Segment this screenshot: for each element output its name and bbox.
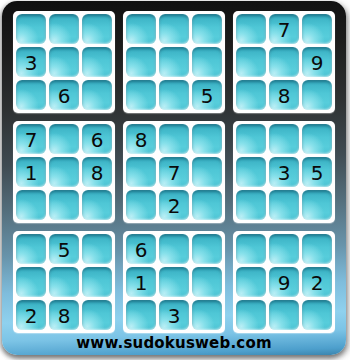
cell-r4c5[interactable] — [159, 124, 189, 154]
cell-r6c8[interactable] — [269, 190, 299, 220]
cell-r9c9[interactable] — [302, 300, 332, 330]
box-1: 36 — [13, 11, 115, 113]
given-digit: 3 — [278, 163, 291, 183]
cell-r7c9[interactable] — [302, 234, 332, 264]
box-8: 613 — [123, 231, 225, 333]
cell-r1c4[interactable] — [126, 14, 156, 44]
cell-r8c2[interactable] — [49, 267, 79, 297]
cell-r8c7[interactable] — [236, 267, 266, 297]
cell-r8c1[interactable] — [16, 267, 46, 297]
cell-r3c7[interactable] — [236, 80, 266, 110]
cell-r4c7[interactable] — [236, 124, 266, 154]
cell-r8c8[interactable]: 9 — [269, 267, 299, 297]
cell-r4c9[interactable] — [302, 124, 332, 154]
cell-r6c4[interactable] — [126, 190, 156, 220]
given-digit: 3 — [25, 53, 38, 73]
cell-r9c2[interactable]: 8 — [49, 300, 79, 330]
cell-r9c4[interactable] — [126, 300, 156, 330]
cell-r3c8[interactable]: 8 — [269, 80, 299, 110]
cell-r2c3[interactable] — [82, 47, 112, 77]
cell-r3c6[interactable]: 5 — [192, 80, 222, 110]
given-digit: 8 — [91, 163, 104, 183]
given-digit: 1 — [135, 273, 148, 293]
given-digit: 8 — [135, 130, 148, 150]
cell-r7c5[interactable] — [159, 234, 189, 264]
sudoku-page: 36579876188723552861392 www.sudokusweb.c… — [0, 0, 350, 360]
cell-r8c4[interactable]: 1 — [126, 267, 156, 297]
cell-r7c2[interactable]: 5 — [49, 234, 79, 264]
cell-r3c1[interactable] — [16, 80, 46, 110]
cell-r2c8[interactable] — [269, 47, 299, 77]
cell-r4c8[interactable] — [269, 124, 299, 154]
cell-r5c5[interactable]: 7 — [159, 157, 189, 187]
cell-r2c5[interactable] — [159, 47, 189, 77]
cell-r7c7[interactable] — [236, 234, 266, 264]
cell-r4c6[interactable] — [192, 124, 222, 154]
given-digit: 9 — [278, 273, 291, 293]
cell-r7c3[interactable] — [82, 234, 112, 264]
box-2: 5 — [123, 11, 225, 113]
cell-r7c1[interactable] — [16, 234, 46, 264]
cell-r5c7[interactable] — [236, 157, 266, 187]
given-digit: 6 — [135, 240, 148, 260]
cell-r4c3[interactable]: 6 — [82, 124, 112, 154]
given-digit: 6 — [58, 86, 71, 106]
footer-bar: www.sudokusweb.com — [2, 332, 346, 353]
cell-r3c4[interactable] — [126, 80, 156, 110]
cell-r2c4[interactable] — [126, 47, 156, 77]
cell-r5c1[interactable]: 1 — [16, 157, 46, 187]
cell-r7c4[interactable]: 6 — [126, 234, 156, 264]
cell-r2c6[interactable] — [192, 47, 222, 77]
box-5: 872 — [123, 121, 225, 223]
given-digit: 8 — [58, 306, 71, 326]
given-digit: 2 — [168, 196, 181, 216]
cell-r2c9[interactable]: 9 — [302, 47, 332, 77]
box-9: 92 — [233, 231, 335, 333]
given-digit: 2 — [25, 306, 38, 326]
cell-r8c9[interactable]: 2 — [302, 267, 332, 297]
cell-r2c2[interactable] — [49, 47, 79, 77]
cell-r2c7[interactable] — [236, 47, 266, 77]
cell-r3c5[interactable] — [159, 80, 189, 110]
cell-r1c8[interactable]: 7 — [269, 14, 299, 44]
cell-r8c6[interactable] — [192, 267, 222, 297]
cell-r6c3[interactable] — [82, 190, 112, 220]
box-4: 7618 — [13, 121, 115, 223]
cell-r6c6[interactable] — [192, 190, 222, 220]
given-digit: 2 — [311, 273, 324, 293]
cell-r3c9[interactable] — [302, 80, 332, 110]
cell-r9c5[interactable]: 3 — [159, 300, 189, 330]
cell-r6c2[interactable] — [49, 190, 79, 220]
given-digit: 5 — [311, 163, 324, 183]
cell-r6c9[interactable] — [302, 190, 332, 220]
cell-r4c1[interactable]: 7 — [16, 124, 46, 154]
cell-r4c2[interactable] — [49, 124, 79, 154]
given-digit: 5 — [58, 240, 71, 260]
cell-r5c9[interactable]: 5 — [302, 157, 332, 187]
cell-r8c5[interactable] — [159, 267, 189, 297]
cell-r8c3[interactable] — [82, 267, 112, 297]
cell-r9c6[interactable] — [192, 300, 222, 330]
board-frame: 36579876188723552861392 www.sudokusweb.c… — [2, 1, 346, 355]
cell-r1c1[interactable] — [16, 14, 46, 44]
cell-r6c7[interactable] — [236, 190, 266, 220]
given-digit: 9 — [311, 53, 324, 73]
cell-r1c9[interactable] — [302, 14, 332, 44]
cell-r7c6[interactable] — [192, 234, 222, 264]
cell-r1c3[interactable] — [82, 14, 112, 44]
site-url: www.sudokusweb.com — [76, 334, 271, 352]
cell-r5c6[interactable] — [192, 157, 222, 187]
cell-r9c1[interactable]: 2 — [16, 300, 46, 330]
given-digit: 5 — [201, 86, 214, 106]
board: 36579876188723552861392 — [13, 11, 335, 333]
cell-r6c1[interactable] — [16, 190, 46, 220]
cell-r3c2[interactable]: 6 — [49, 80, 79, 110]
given-digit: 7 — [278, 20, 291, 40]
cell-r7c8[interactable] — [269, 234, 299, 264]
box-7: 528 — [13, 231, 115, 333]
cell-r1c2[interactable] — [49, 14, 79, 44]
cell-r2c1[interactable]: 3 — [16, 47, 46, 77]
cell-r5c4[interactable] — [126, 157, 156, 187]
box-3: 798 — [233, 11, 335, 113]
cell-r4c4[interactable]: 8 — [126, 124, 156, 154]
cell-r1c6[interactable] — [192, 14, 222, 44]
given-digit: 7 — [168, 163, 181, 183]
cell-r9c7[interactable] — [236, 300, 266, 330]
cell-r3c3[interactable] — [82, 80, 112, 110]
cell-r9c8[interactable] — [269, 300, 299, 330]
cell-r5c2[interactable] — [49, 157, 79, 187]
box-6: 35 — [233, 121, 335, 223]
cell-r5c3[interactable]: 8 — [82, 157, 112, 187]
cell-r1c7[interactable] — [236, 14, 266, 44]
cell-r9c3[interactable] — [82, 300, 112, 330]
cell-r1c5[interactable] — [159, 14, 189, 44]
given-digit: 3 — [168, 306, 181, 326]
given-digit: 6 — [91, 130, 104, 150]
given-digit: 8 — [278, 86, 291, 106]
cell-r6c5[interactable]: 2 — [159, 190, 189, 220]
given-digit: 7 — [25, 130, 38, 150]
cell-r5c8[interactable]: 3 — [269, 157, 299, 187]
given-digit: 1 — [25, 163, 38, 183]
